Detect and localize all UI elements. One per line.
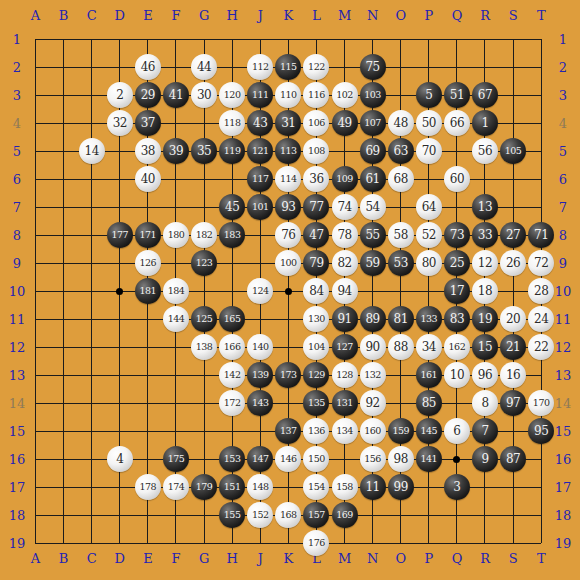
- board-point-G13[interactable]: [190, 361, 218, 389]
- board-point-J8[interactable]: [246, 221, 274, 249]
- white-stone-N12[interactable]: 90: [360, 334, 386, 360]
- board-point-O8[interactable]: 58: [387, 221, 415, 249]
- black-stone-J16[interactable]: 147: [247, 446, 273, 472]
- board-point-F15[interactable]: [162, 417, 190, 445]
- black-stone-H16[interactable]: 153: [219, 446, 245, 472]
- black-stone-G5[interactable]: 35: [191, 138, 217, 164]
- board-point-B13[interactable]: [50, 361, 78, 389]
- board-point-S3[interactable]: [499, 81, 527, 109]
- white-stone-M3[interactable]: 102: [332, 82, 358, 108]
- board-point-H6[interactable]: [218, 165, 246, 193]
- board-point-P2[interactable]: [415, 53, 443, 81]
- black-stone-E8[interactable]: 171: [135, 222, 161, 248]
- white-stone-L15[interactable]: 136: [303, 418, 329, 444]
- board-point-K17[interactable]: [274, 473, 302, 501]
- board-point-L13[interactable]: 129: [302, 361, 330, 389]
- board-point-L9[interactable]: 79: [302, 249, 330, 277]
- board-point-L12[interactable]: 104: [302, 333, 330, 361]
- black-stone-O11[interactable]: 81: [388, 306, 414, 332]
- white-stone-E5[interactable]: 38: [135, 138, 161, 164]
- board-point-T6[interactable]: [527, 165, 555, 193]
- board-point-L8[interactable]: 47: [302, 221, 330, 249]
- black-stone-R15[interactable]: 7: [472, 418, 498, 444]
- board-point-Q15[interactable]: 6: [443, 417, 471, 445]
- board-point-B6[interactable]: [50, 165, 78, 193]
- board-point-S12[interactable]: 21: [499, 333, 527, 361]
- board-point-N4[interactable]: 107: [359, 109, 387, 137]
- board-point-O9[interactable]: 53: [387, 249, 415, 277]
- white-stone-G2[interactable]: 44: [191, 54, 217, 80]
- board-point-J17[interactable]: 148: [246, 473, 274, 501]
- black-stone-K4[interactable]: 31: [275, 110, 301, 136]
- board-point-S13[interactable]: 16: [499, 361, 527, 389]
- black-stone-Q9[interactable]: 25: [444, 250, 470, 276]
- black-stone-N6[interactable]: 61: [360, 166, 386, 192]
- white-stone-K16[interactable]: 146: [275, 446, 301, 472]
- white-stone-N16[interactable]: 156: [360, 446, 386, 472]
- board-point-N5[interactable]: 69: [359, 137, 387, 165]
- white-stone-M17[interactable]: 158: [332, 474, 358, 500]
- board-point-F17[interactable]: 174: [162, 473, 190, 501]
- board-point-D13[interactable]: [106, 361, 134, 389]
- board-point-G8[interactable]: 182: [190, 221, 218, 249]
- board-point-C19[interactable]: [78, 529, 106, 557]
- black-stone-R12[interactable]: 15: [472, 334, 498, 360]
- white-stone-S9[interactable]: 26: [500, 250, 526, 276]
- board-point-C3[interactable]: [78, 81, 106, 109]
- board-point-H2[interactable]: [218, 53, 246, 81]
- board-point-G17[interactable]: 179: [190, 473, 218, 501]
- board-point-P10[interactable]: [415, 277, 443, 305]
- board-point-T2[interactable]: [527, 53, 555, 81]
- black-stone-E3[interactable]: 29: [135, 82, 161, 108]
- board-point-F11[interactable]: 144: [162, 305, 190, 333]
- black-stone-N17[interactable]: 11: [360, 474, 386, 500]
- black-stone-R3[interactable]: 67: [472, 82, 498, 108]
- board-point-P18[interactable]: [415, 501, 443, 529]
- board-point-A10[interactable]: [21, 277, 49, 305]
- black-stone-T8[interactable]: 71: [528, 222, 554, 248]
- board-point-A13[interactable]: [21, 361, 49, 389]
- white-stone-K18[interactable]: 168: [275, 502, 301, 528]
- board-point-R15[interactable]: 7: [471, 417, 499, 445]
- white-stone-L17[interactable]: 154: [303, 474, 329, 500]
- board-point-B18[interactable]: [50, 501, 78, 529]
- board-point-N8[interactable]: 55: [359, 221, 387, 249]
- board-point-L5[interactable]: 108: [302, 137, 330, 165]
- white-stone-P5[interactable]: 70: [416, 138, 442, 164]
- white-stone-M7[interactable]: 74: [332, 194, 358, 220]
- board-point-D7[interactable]: [106, 193, 134, 221]
- board-point-D14[interactable]: [106, 389, 134, 417]
- board-point-F12[interactable]: [162, 333, 190, 361]
- board-point-A1[interactable]: [21, 25, 49, 53]
- white-stone-F10[interactable]: 184: [163, 278, 189, 304]
- black-stone-S16[interactable]: 87: [500, 446, 526, 472]
- white-stone-H14[interactable]: 172: [219, 390, 245, 416]
- black-stone-L8[interactable]: 47: [303, 222, 329, 248]
- black-stone-N11[interactable]: 89: [360, 306, 386, 332]
- black-stone-F5[interactable]: 39: [163, 138, 189, 164]
- white-stone-L16[interactable]: 150: [303, 446, 329, 472]
- board-point-N15[interactable]: 160: [359, 417, 387, 445]
- board-point-G11[interactable]: 125: [190, 305, 218, 333]
- board-point-L7[interactable]: 77: [302, 193, 330, 221]
- board-point-T3[interactable]: [527, 81, 555, 109]
- board-point-Q4[interactable]: 66: [443, 109, 471, 137]
- board-point-Q6[interactable]: 60: [443, 165, 471, 193]
- board-point-A16[interactable]: [21, 445, 49, 473]
- board-point-C2[interactable]: [78, 53, 106, 81]
- white-stone-L11[interactable]: 130: [303, 306, 329, 332]
- board-point-F10[interactable]: 184: [162, 277, 190, 305]
- board-point-Q13[interactable]: 10: [443, 361, 471, 389]
- board-point-F3[interactable]: 41: [162, 81, 190, 109]
- board-point-O7[interactable]: [387, 193, 415, 221]
- board-point-G4[interactable]: [190, 109, 218, 137]
- board-point-A3[interactable]: [21, 81, 49, 109]
- board-point-K14[interactable]: [274, 389, 302, 417]
- board-point-K11[interactable]: [274, 305, 302, 333]
- board-point-H19[interactable]: [218, 529, 246, 557]
- board-point-K3[interactable]: 110: [274, 81, 302, 109]
- board-point-C1[interactable]: [78, 25, 106, 53]
- white-stone-T10[interactable]: 28: [528, 278, 554, 304]
- board-point-C8[interactable]: [78, 221, 106, 249]
- board-point-R6[interactable]: [471, 165, 499, 193]
- white-stone-M15[interactable]: 134: [332, 418, 358, 444]
- board-point-O6[interactable]: 68: [387, 165, 415, 193]
- board-point-O14[interactable]: [387, 389, 415, 417]
- board-point-J10[interactable]: 124: [246, 277, 274, 305]
- black-stone-O5[interactable]: 63: [388, 138, 414, 164]
- board-point-R13[interactable]: 96: [471, 361, 499, 389]
- board-point-J18[interactable]: 152: [246, 501, 274, 529]
- board-point-D1[interactable]: [106, 25, 134, 53]
- board-point-R17[interactable]: [471, 473, 499, 501]
- black-stone-E4[interactable]: 37: [135, 110, 161, 136]
- white-stone-G3[interactable]: 30: [191, 82, 217, 108]
- board-point-N11[interactable]: 89: [359, 305, 387, 333]
- board-point-M9[interactable]: 82: [330, 249, 358, 277]
- board-point-O10[interactable]: [387, 277, 415, 305]
- board-point-R9[interactable]: 12: [471, 249, 499, 277]
- board-point-T9[interactable]: 72: [527, 249, 555, 277]
- board-point-A17[interactable]: [21, 473, 49, 501]
- board-point-D5[interactable]: [106, 137, 134, 165]
- white-stone-L2[interactable]: 122: [303, 54, 329, 80]
- board-point-M11[interactable]: 91: [330, 305, 358, 333]
- white-stone-J17[interactable]: 148: [247, 474, 273, 500]
- board-point-E1[interactable]: [134, 25, 162, 53]
- board-point-Q16[interactable]: [443, 445, 471, 473]
- black-stone-G9[interactable]: 123: [191, 250, 217, 276]
- black-stone-Q8[interactable]: 73: [444, 222, 470, 248]
- board-point-E14[interactable]: [134, 389, 162, 417]
- white-stone-Q12[interactable]: 162: [444, 334, 470, 360]
- board-point-L17[interactable]: 154: [302, 473, 330, 501]
- board-point-R16[interactable]: 9: [471, 445, 499, 473]
- white-stone-H12[interactable]: 166: [219, 334, 245, 360]
- board-point-O19[interactable]: [387, 529, 415, 557]
- board-point-K15[interactable]: 137: [274, 417, 302, 445]
- board-point-H12[interactable]: 166: [218, 333, 246, 361]
- board-point-C15[interactable]: [78, 417, 106, 445]
- board-point-M16[interactable]: [330, 445, 358, 473]
- black-stone-S5[interactable]: 105: [500, 138, 526, 164]
- board-point-O15[interactable]: 159: [387, 417, 415, 445]
- white-stone-K9[interactable]: 100: [275, 250, 301, 276]
- board-point-F2[interactable]: [162, 53, 190, 81]
- black-stone-R4[interactable]: 1: [472, 110, 498, 136]
- board-point-D11[interactable]: [106, 305, 134, 333]
- board-point-K10[interactable]: [274, 277, 302, 305]
- board-point-E4[interactable]: 37: [134, 109, 162, 137]
- black-stone-L14[interactable]: 135: [303, 390, 329, 416]
- board-point-K5[interactable]: 113: [274, 137, 302, 165]
- black-stone-J14[interactable]: 143: [247, 390, 273, 416]
- black-stone-M14[interactable]: 131: [332, 390, 358, 416]
- board-point-A14[interactable]: [21, 389, 49, 417]
- board-point-J7[interactable]: 101: [246, 193, 274, 221]
- white-stone-Q13[interactable]: 10: [444, 362, 470, 388]
- board-point-J11[interactable]: [246, 305, 274, 333]
- black-stone-L13[interactable]: 129: [303, 362, 329, 388]
- board-point-B10[interactable]: [50, 277, 78, 305]
- board-point-B14[interactable]: [50, 389, 78, 417]
- board-point-A12[interactable]: [21, 333, 49, 361]
- board-point-P4[interactable]: 50: [415, 109, 443, 137]
- board-point-O3[interactable]: [387, 81, 415, 109]
- board-point-D9[interactable]: [106, 249, 134, 277]
- board-point-T14[interactable]: 170: [527, 389, 555, 417]
- black-stone-K13[interactable]: 173: [275, 362, 301, 388]
- board-point-E2[interactable]: 46: [134, 53, 162, 81]
- board-point-G3[interactable]: 30: [190, 81, 218, 109]
- white-stone-M8[interactable]: 78: [332, 222, 358, 248]
- board-point-F4[interactable]: [162, 109, 190, 137]
- black-stone-K5[interactable]: 113: [275, 138, 301, 164]
- black-stone-R16[interactable]: 9: [472, 446, 498, 472]
- board-point-A18[interactable]: [21, 501, 49, 529]
- board-point-F8[interactable]: 180: [162, 221, 190, 249]
- board-point-B5[interactable]: [50, 137, 78, 165]
- white-stone-D3[interactable]: 2: [107, 82, 133, 108]
- board-point-O18[interactable]: [387, 501, 415, 529]
- board-point-H17[interactable]: 151: [218, 473, 246, 501]
- black-stone-P3[interactable]: 5: [416, 82, 442, 108]
- board-point-A15[interactable]: [21, 417, 49, 445]
- board-point-O12[interactable]: 88: [387, 333, 415, 361]
- board-point-C16[interactable]: [78, 445, 106, 473]
- black-stone-Q11[interactable]: 83: [444, 306, 470, 332]
- black-stone-N9[interactable]: 59: [360, 250, 386, 276]
- white-stone-D16[interactable]: 4: [107, 446, 133, 472]
- black-stone-R11[interactable]: 19: [472, 306, 498, 332]
- white-stone-F11[interactable]: 144: [163, 306, 189, 332]
- board-point-G9[interactable]: 123: [190, 249, 218, 277]
- board-point-M10[interactable]: 94: [330, 277, 358, 305]
- board-point-J12[interactable]: 140: [246, 333, 274, 361]
- board-point-A8[interactable]: [21, 221, 49, 249]
- white-stone-P4[interactable]: 50: [416, 110, 442, 136]
- black-stone-K15[interactable]: 137: [275, 418, 301, 444]
- white-stone-L3[interactable]: 116: [303, 82, 329, 108]
- board-point-N3[interactable]: 103: [359, 81, 387, 109]
- board-point-G15[interactable]: [190, 417, 218, 445]
- board-point-M14[interactable]: 131: [330, 389, 358, 417]
- board-point-H4[interactable]: 118: [218, 109, 246, 137]
- board-point-C9[interactable]: [78, 249, 106, 277]
- board-point-P7[interactable]: 64: [415, 193, 443, 221]
- black-stone-J7[interactable]: 101: [247, 194, 273, 220]
- board-point-K6[interactable]: 114: [274, 165, 302, 193]
- board-point-J5[interactable]: 121: [246, 137, 274, 165]
- white-stone-R13[interactable]: 96: [472, 362, 498, 388]
- board-point-A6[interactable]: [21, 165, 49, 193]
- board-point-J19[interactable]: [246, 529, 274, 557]
- board-point-D17[interactable]: [106, 473, 134, 501]
- board-point-H16[interactable]: 153: [218, 445, 246, 473]
- board-point-K9[interactable]: 100: [274, 249, 302, 277]
- board-point-S2[interactable]: [499, 53, 527, 81]
- board-point-N12[interactable]: 90: [359, 333, 387, 361]
- board-point-D16[interactable]: 4: [106, 445, 134, 473]
- board-point-C18[interactable]: [78, 501, 106, 529]
- board-point-T7[interactable]: [527, 193, 555, 221]
- white-stone-R14[interactable]: 8: [472, 390, 498, 416]
- white-stone-T14[interactable]: 170: [528, 390, 554, 416]
- white-stone-O8[interactable]: 58: [388, 222, 414, 248]
- board-point-P12[interactable]: 34: [415, 333, 443, 361]
- board-point-R4[interactable]: 1: [471, 109, 499, 137]
- board-point-C12[interactable]: [78, 333, 106, 361]
- board-point-N1[interactable]: [359, 25, 387, 53]
- white-stone-E6[interactable]: 40: [135, 166, 161, 192]
- black-stone-S12[interactable]: 21: [500, 334, 526, 360]
- black-stone-L9[interactable]: 79: [303, 250, 329, 276]
- board-point-P9[interactable]: 80: [415, 249, 443, 277]
- white-stone-H4[interactable]: 118: [219, 110, 245, 136]
- board-point-K13[interactable]: 173: [274, 361, 302, 389]
- white-stone-N15[interactable]: 160: [360, 418, 386, 444]
- board-point-C13[interactable]: [78, 361, 106, 389]
- board-point-M12[interactable]: 127: [330, 333, 358, 361]
- board-point-B15[interactable]: [50, 417, 78, 445]
- board-point-H11[interactable]: 165: [218, 305, 246, 333]
- board-point-M6[interactable]: 109: [330, 165, 358, 193]
- board-point-P6[interactable]: [415, 165, 443, 193]
- board-point-E17[interactable]: 178: [134, 473, 162, 501]
- board-point-E19[interactable]: [134, 529, 162, 557]
- board-point-B16[interactable]: [50, 445, 78, 473]
- board-point-R19[interactable]: [471, 529, 499, 557]
- board-point-A2[interactable]: [21, 53, 49, 81]
- black-stone-R8[interactable]: 33: [472, 222, 498, 248]
- board-point-S1[interactable]: [499, 25, 527, 53]
- white-stone-Q6[interactable]: 60: [444, 166, 470, 192]
- board-point-S9[interactable]: 26: [499, 249, 527, 277]
- board-point-J1[interactable]: [246, 25, 274, 53]
- board-point-K18[interactable]: 168: [274, 501, 302, 529]
- board-point-G2[interactable]: 44: [190, 53, 218, 81]
- board-point-J9[interactable]: [246, 249, 274, 277]
- board-point-D10[interactable]: [106, 277, 134, 305]
- black-stone-M6[interactable]: 109: [332, 166, 358, 192]
- board-point-N17[interactable]: 11: [359, 473, 387, 501]
- board-point-J13[interactable]: 139: [246, 361, 274, 389]
- black-stone-N2[interactable]: 75: [360, 54, 386, 80]
- board-point-S5[interactable]: 105: [499, 137, 527, 165]
- board-point-F1[interactable]: [162, 25, 190, 53]
- white-stone-L10[interactable]: 84: [303, 278, 329, 304]
- board-point-D12[interactable]: [106, 333, 134, 361]
- board-point-L14[interactable]: 135: [302, 389, 330, 417]
- white-stone-R10[interactable]: 18: [472, 278, 498, 304]
- board-point-T11[interactable]: 24: [527, 305, 555, 333]
- white-stone-L12[interactable]: 104: [303, 334, 329, 360]
- black-stone-N5[interactable]: 69: [360, 138, 386, 164]
- black-stone-Q17[interactable]: 3: [444, 474, 470, 500]
- board-point-E12[interactable]: [134, 333, 162, 361]
- black-stone-M4[interactable]: 49: [332, 110, 358, 136]
- white-stone-J12[interactable]: 140: [247, 334, 273, 360]
- board-point-J2[interactable]: 112: [246, 53, 274, 81]
- board-point-T10[interactable]: 28: [527, 277, 555, 305]
- board-point-Q18[interactable]: [443, 501, 471, 529]
- board-point-L16[interactable]: 150: [302, 445, 330, 473]
- black-stone-P13[interactable]: 161: [416, 362, 442, 388]
- board-point-K4[interactable]: 31: [274, 109, 302, 137]
- white-stone-S11[interactable]: 20: [500, 306, 526, 332]
- board-point-E9[interactable]: 126: [134, 249, 162, 277]
- board-point-O4[interactable]: 48: [387, 109, 415, 137]
- board-point-N16[interactable]: 156: [359, 445, 387, 473]
- board-point-E3[interactable]: 29: [134, 81, 162, 109]
- white-stone-J18[interactable]: 152: [247, 502, 273, 528]
- board-point-K7[interactable]: 93: [274, 193, 302, 221]
- board-point-L1[interactable]: [302, 25, 330, 53]
- board-point-T12[interactable]: 22: [527, 333, 555, 361]
- board-point-H14[interactable]: 172: [218, 389, 246, 417]
- white-stone-L19[interactable]: 176: [303, 530, 329, 556]
- board-point-T17[interactable]: [527, 473, 555, 501]
- white-stone-Q15[interactable]: 6: [444, 418, 470, 444]
- black-stone-O15[interactable]: 159: [388, 418, 414, 444]
- board-point-Q1[interactable]: [443, 25, 471, 53]
- board-point-C5[interactable]: 14: [78, 137, 106, 165]
- board-point-N2[interactable]: 75: [359, 53, 387, 81]
- board-point-O11[interactable]: 81: [387, 305, 415, 333]
- black-stone-H11[interactable]: 165: [219, 306, 245, 332]
- white-stone-K3[interactable]: 110: [275, 82, 301, 108]
- black-stone-P15[interactable]: 145: [416, 418, 442, 444]
- white-stone-S13[interactable]: 16: [500, 362, 526, 388]
- board-point-P3[interactable]: 5: [415, 81, 443, 109]
- board-point-P14[interactable]: 85: [415, 389, 443, 417]
- white-stone-T11[interactable]: 24: [528, 306, 554, 332]
- board-point-A19[interactable]: [21, 529, 49, 557]
- board-point-T5[interactable]: [527, 137, 555, 165]
- board-point-N10[interactable]: [359, 277, 387, 305]
- black-stone-J13[interactable]: 139: [247, 362, 273, 388]
- board-point-C4[interactable]: [78, 109, 106, 137]
- board-point-L2[interactable]: 122: [302, 53, 330, 81]
- black-stone-Q3[interactable]: 51: [444, 82, 470, 108]
- board-point-Q10[interactable]: 17: [443, 277, 471, 305]
- board-point-K8[interactable]: 76: [274, 221, 302, 249]
- white-stone-F17[interactable]: 174: [163, 474, 189, 500]
